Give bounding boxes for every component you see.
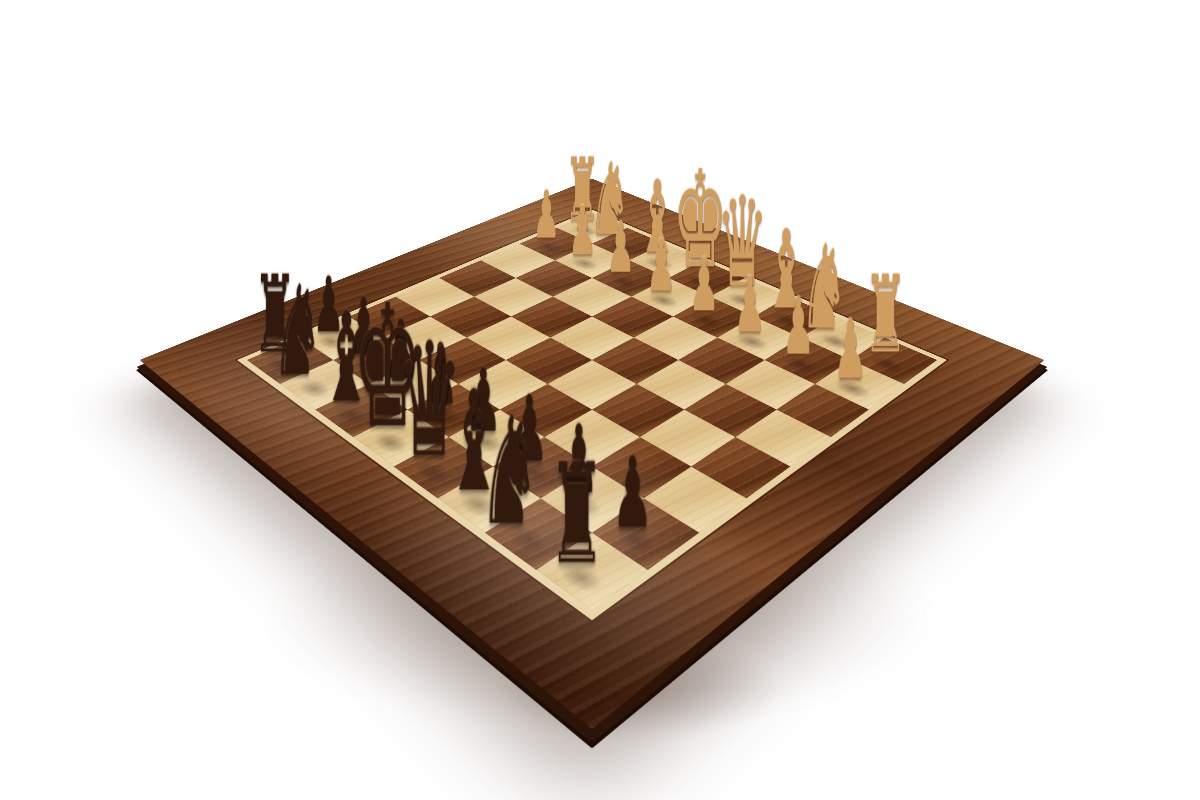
photo-stage: ♜♞♝♚♛♝♞♜♟♟♟♟♟♟♟♟♟♟♟♟♟♟♟♟♜♞♝♚♛♝♞♜ xyxy=(0,0,1200,800)
square-d5 xyxy=(547,360,636,410)
square-c4 xyxy=(637,360,726,410)
square-f8 xyxy=(315,384,407,437)
square-b8 xyxy=(485,498,592,570)
square-a4 xyxy=(735,410,831,467)
square-a6 xyxy=(643,467,746,533)
square-a3 xyxy=(777,384,869,437)
square-e6 xyxy=(458,360,547,410)
square-b5 xyxy=(640,410,736,467)
square-a2 xyxy=(815,360,904,410)
square-b4 xyxy=(684,384,776,437)
square-e7 xyxy=(407,384,499,437)
square-c7 xyxy=(493,437,592,498)
square-a5 xyxy=(691,437,790,498)
square-g8 xyxy=(280,360,369,410)
square-f7 xyxy=(369,360,458,410)
square-d6 xyxy=(500,384,592,437)
square-c5 xyxy=(592,384,684,437)
square-a7 xyxy=(592,498,699,570)
square-d8 xyxy=(394,437,493,498)
square-b3 xyxy=(726,360,815,410)
square-d7 xyxy=(449,410,545,467)
square-c8 xyxy=(438,467,541,533)
square-a8 xyxy=(536,533,648,611)
perspective-scene: ♜♞♝♚♛♝♞♜♟♟♟♟♟♟♟♟♟♟♟♟♟♟♟♟♜♞♝♚♛♝♞♜ xyxy=(0,0,1200,800)
square-e8 xyxy=(353,410,449,467)
square-b6 xyxy=(592,437,691,498)
square-c6 xyxy=(544,410,640,467)
chess-board: ♜♞♝♚♛♝♞♜♟♟♟♟♟♟♟♟♟♟♟♟♟♟♟♟♜♞♝♚♛♝♞♜ xyxy=(139,179,1044,729)
playing-field xyxy=(237,210,947,621)
square-b7 xyxy=(541,467,644,533)
